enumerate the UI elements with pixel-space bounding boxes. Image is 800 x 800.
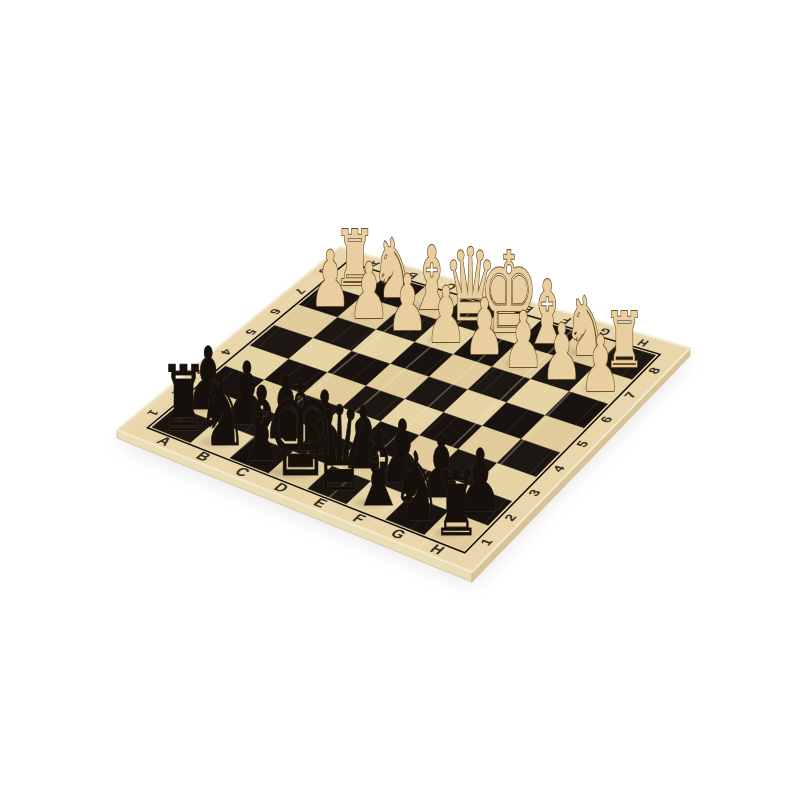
chessboard: ABCDEFGHABCDEFGH1234567812345678♜♞♟♝♟♛♟♚… bbox=[0, 0, 800, 800]
piece-white-pawn-e7: ♟ bbox=[464, 283, 505, 373]
piece-white-pawn-a7: ♟ bbox=[310, 234, 351, 324]
product-photo: ABCDEFGHABCDEFGH1234567812345678♜♞♟♝♟♛♟♚… bbox=[0, 0, 800, 800]
piece-white-pawn-d7: ♟ bbox=[426, 270, 467, 360]
piece-white-pawn-c7: ♟ bbox=[387, 258, 428, 348]
piece-black-rook-h1: ♜ bbox=[432, 451, 480, 556]
piece-white-pawn-f7: ♟ bbox=[503, 295, 544, 385]
piece-white-pawn-b7: ♟ bbox=[348, 246, 389, 336]
piece-white-pawn-g7: ♟ bbox=[541, 307, 582, 397]
piece-white-pawn-h7: ♟ bbox=[580, 319, 621, 409]
